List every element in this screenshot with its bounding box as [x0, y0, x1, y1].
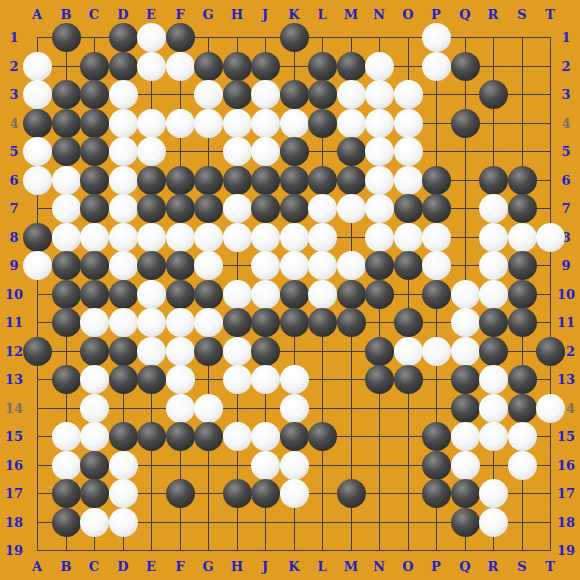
white-stone [166, 337, 195, 366]
white-stone [23, 80, 52, 109]
column-label-top: E [146, 8, 156, 21]
white-stone [109, 251, 138, 280]
white-stone [451, 451, 480, 480]
black-stone [251, 166, 280, 195]
column-label-top: G [202, 8, 213, 21]
white-stone [52, 166, 81, 195]
row-label-right: 1 [561, 31, 570, 44]
black-stone [394, 365, 423, 394]
black-stone [80, 451, 109, 480]
black-stone [194, 166, 223, 195]
black-stone [251, 479, 280, 508]
column-label-top: C [89, 8, 99, 21]
white-stone [251, 80, 280, 109]
white-stone [251, 451, 280, 480]
white-stone [166, 223, 195, 252]
black-stone [451, 52, 480, 81]
black-stone [280, 308, 309, 337]
row-label-left: 13 [5, 373, 23, 386]
white-stone [394, 137, 423, 166]
row-label-left: 5 [9, 145, 18, 158]
white-stone [223, 365, 252, 394]
white-stone [422, 223, 451, 252]
column-label-top: O [402, 8, 413, 21]
column-label-bottom: H [231, 560, 243, 573]
black-stone [280, 280, 309, 309]
column-label-top: H [231, 8, 243, 21]
black-stone [80, 479, 109, 508]
white-stone [280, 394, 309, 423]
black-stone [422, 194, 451, 223]
black-stone [109, 365, 138, 394]
row-label-right: 6 [561, 174, 570, 187]
white-stone [166, 109, 195, 138]
row-label-left: 7 [9, 202, 18, 215]
white-stone [451, 337, 480, 366]
white-stone [137, 337, 166, 366]
black-stone [223, 80, 252, 109]
column-label-bottom: T [545, 560, 555, 573]
black-stone [109, 280, 138, 309]
row-label-left: 2 [9, 60, 18, 73]
white-stone [194, 109, 223, 138]
white-stone [80, 508, 109, 537]
column-label-bottom: S [517, 560, 526, 573]
white-stone [52, 223, 81, 252]
black-stone [337, 308, 366, 337]
white-stone [109, 223, 138, 252]
black-stone [194, 52, 223, 81]
white-stone [80, 223, 109, 252]
black-stone [479, 80, 508, 109]
row-label-left: 15 [5, 430, 23, 443]
black-stone [80, 80, 109, 109]
black-stone [80, 109, 109, 138]
black-stone [394, 251, 423, 280]
white-stone [109, 308, 138, 337]
column-label-bottom: J [262, 560, 268, 573]
black-stone [451, 109, 480, 138]
black-stone [223, 166, 252, 195]
black-stone [365, 251, 394, 280]
white-stone [422, 337, 451, 366]
row-label-right: 7 [561, 202, 570, 215]
row-label-right: 4 [561, 117, 570, 130]
black-stone [508, 194, 537, 223]
black-stone [166, 194, 195, 223]
row-label-left: 19 [5, 544, 23, 557]
column-label-top: D [117, 8, 128, 21]
black-stone [337, 52, 366, 81]
black-stone [80, 194, 109, 223]
column-label-bottom: M [344, 560, 358, 573]
white-stone [251, 109, 280, 138]
column-label-top: R [488, 8, 499, 21]
black-stone [308, 52, 337, 81]
white-stone [109, 194, 138, 223]
white-stone [109, 80, 138, 109]
black-stone [280, 166, 309, 195]
black-stone [394, 308, 423, 337]
white-stone [422, 52, 451, 81]
white-stone [422, 23, 451, 52]
white-stone [280, 479, 309, 508]
black-stone [508, 365, 537, 394]
black-stone [166, 280, 195, 309]
white-stone [137, 52, 166, 81]
white-stone [479, 194, 508, 223]
column-label-top: Q [459, 8, 470, 21]
white-stone [280, 451, 309, 480]
black-stone [194, 194, 223, 223]
white-stone [479, 251, 508, 280]
white-stone [308, 251, 337, 280]
black-stone [223, 52, 252, 81]
white-stone [308, 223, 337, 252]
white-stone [365, 109, 394, 138]
white-stone [365, 194, 394, 223]
black-stone [308, 80, 337, 109]
white-stone [23, 251, 52, 280]
black-stone [166, 166, 195, 195]
white-stone [251, 223, 280, 252]
black-stone [137, 166, 166, 195]
column-label-bottom: K [288, 560, 299, 573]
row-label-right: 10 [557, 288, 575, 301]
white-stone [479, 479, 508, 508]
black-stone [508, 251, 537, 280]
white-stone [80, 394, 109, 423]
white-stone [251, 280, 280, 309]
white-stone [80, 365, 109, 394]
white-stone [137, 223, 166, 252]
white-stone [223, 223, 252, 252]
column-label-bottom: L [317, 560, 326, 573]
white-stone [137, 23, 166, 52]
row-label-left: 16 [5, 459, 23, 472]
black-stone [451, 365, 480, 394]
black-stone [109, 337, 138, 366]
white-stone [194, 80, 223, 109]
black-stone [251, 194, 280, 223]
white-stone [80, 422, 109, 451]
row-label-left: 12 [5, 345, 23, 358]
black-stone [337, 137, 366, 166]
white-stone [451, 308, 480, 337]
black-stone [194, 422, 223, 451]
black-stone [23, 223, 52, 252]
black-stone [194, 280, 223, 309]
white-stone [536, 394, 565, 423]
white-stone [166, 365, 195, 394]
black-stone [365, 337, 394, 366]
white-stone [23, 166, 52, 195]
black-stone [422, 479, 451, 508]
black-stone [422, 422, 451, 451]
column-label-bottom: N [373, 560, 385, 573]
row-label-right: 17 [557, 487, 575, 500]
white-stone [280, 109, 309, 138]
white-stone [223, 137, 252, 166]
row-label-left: 9 [9, 259, 18, 272]
column-label-bottom: B [61, 560, 72, 573]
white-stone [479, 280, 508, 309]
black-stone [166, 422, 195, 451]
row-label-right: 13 [557, 373, 575, 386]
black-stone [308, 166, 337, 195]
white-stone [109, 508, 138, 537]
white-stone [223, 109, 252, 138]
column-label-bottom: O [402, 560, 413, 573]
black-stone [337, 280, 366, 309]
black-stone [479, 308, 508, 337]
white-stone [251, 365, 280, 394]
go-board[interactable]: AABBCCDDEEFFGGHHJJKKLLMMNNOOPPQQRRSSTT11… [0, 0, 580, 580]
white-stone [479, 508, 508, 537]
black-stone [223, 308, 252, 337]
row-label-left: 3 [9, 88, 18, 101]
white-stone [80, 308, 109, 337]
white-stone [394, 223, 423, 252]
column-label-bottom: E [146, 560, 156, 573]
black-stone [52, 23, 81, 52]
white-stone [479, 365, 508, 394]
black-stone [451, 508, 480, 537]
black-stone [308, 422, 337, 451]
column-label-top: T [545, 8, 555, 21]
black-stone [137, 251, 166, 280]
row-label-right: 18 [557, 516, 575, 529]
column-label-bottom: G [202, 560, 213, 573]
white-stone [365, 166, 394, 195]
row-label-right: 2 [561, 60, 570, 73]
black-stone [109, 52, 138, 81]
white-stone [308, 280, 337, 309]
row-label-left: 6 [9, 174, 18, 187]
row-label-left: 8 [9, 231, 18, 244]
black-stone [280, 422, 309, 451]
black-stone [223, 479, 252, 508]
row-label-left: 11 [5, 316, 23, 329]
black-stone [80, 251, 109, 280]
column-label-bottom: P [431, 560, 441, 573]
white-stone [451, 280, 480, 309]
black-stone [23, 337, 52, 366]
black-stone [536, 337, 565, 366]
white-stone [223, 280, 252, 309]
black-stone [23, 109, 52, 138]
white-stone [194, 394, 223, 423]
row-label-right: 15 [557, 430, 575, 443]
column-label-top: S [517, 8, 526, 21]
white-stone [337, 80, 366, 109]
black-stone [308, 109, 337, 138]
white-stone [52, 422, 81, 451]
black-stone [394, 194, 423, 223]
black-stone [365, 280, 394, 309]
column-label-top: P [431, 8, 441, 21]
row-label-left: 18 [5, 516, 23, 529]
column-label-bottom: F [175, 560, 184, 573]
white-stone [166, 52, 195, 81]
black-stone [280, 80, 309, 109]
white-stone [394, 166, 423, 195]
white-stone [365, 52, 394, 81]
white-stone [251, 422, 280, 451]
white-stone [394, 337, 423, 366]
black-stone [451, 394, 480, 423]
white-stone [365, 223, 394, 252]
black-stone [80, 137, 109, 166]
black-stone [422, 451, 451, 480]
white-stone [194, 251, 223, 280]
column-label-top: B [61, 8, 72, 21]
black-stone [137, 422, 166, 451]
white-stone [365, 137, 394, 166]
column-label-top: J [262, 8, 268, 21]
white-stone [137, 280, 166, 309]
black-stone [479, 337, 508, 366]
black-stone [508, 394, 537, 423]
black-stone [337, 166, 366, 195]
white-stone [223, 194, 252, 223]
black-stone [251, 52, 280, 81]
column-label-top: K [288, 8, 299, 21]
black-stone [52, 308, 81, 337]
white-stone [52, 451, 81, 480]
white-stone [365, 80, 394, 109]
white-stone [394, 109, 423, 138]
white-stone [451, 422, 480, 451]
white-stone [109, 451, 138, 480]
white-stone [223, 337, 252, 366]
black-stone [479, 166, 508, 195]
black-stone [422, 280, 451, 309]
white-stone [109, 109, 138, 138]
black-stone [422, 166, 451, 195]
black-stone [52, 479, 81, 508]
black-stone [52, 80, 81, 109]
black-stone [52, 508, 81, 537]
black-stone [166, 23, 195, 52]
white-stone [308, 194, 337, 223]
black-stone [308, 308, 337, 337]
white-stone [536, 223, 565, 252]
black-stone [280, 137, 309, 166]
black-stone [80, 166, 109, 195]
black-stone [52, 251, 81, 280]
row-label-left: 4 [9, 117, 18, 130]
black-stone [337, 479, 366, 508]
black-stone [365, 365, 394, 394]
white-stone [280, 365, 309, 394]
column-label-bottom: D [117, 560, 128, 573]
white-stone [109, 137, 138, 166]
black-stone [508, 280, 537, 309]
black-stone [166, 479, 195, 508]
black-stone [194, 337, 223, 366]
column-label-bottom: A [32, 560, 42, 573]
row-label-right: 3 [561, 88, 570, 101]
white-stone [109, 479, 138, 508]
black-stone [280, 194, 309, 223]
black-stone [508, 308, 537, 337]
white-stone [137, 109, 166, 138]
black-stone [451, 479, 480, 508]
row-label-right: 5 [561, 145, 570, 158]
row-label-left: 14 [5, 402, 23, 415]
black-stone [80, 52, 109, 81]
black-stone [52, 280, 81, 309]
white-stone [479, 223, 508, 252]
black-stone [109, 23, 138, 52]
white-stone [337, 251, 366, 280]
white-stone [508, 422, 537, 451]
black-stone [251, 308, 280, 337]
white-stone [479, 394, 508, 423]
black-stone [52, 365, 81, 394]
column-label-top: A [32, 8, 42, 21]
row-label-left: 1 [9, 31, 18, 44]
black-stone [80, 280, 109, 309]
black-stone [52, 109, 81, 138]
white-stone [23, 52, 52, 81]
white-stone [23, 137, 52, 166]
white-stone [337, 194, 366, 223]
white-stone [137, 308, 166, 337]
white-stone [508, 223, 537, 252]
black-stone [137, 194, 166, 223]
grid-line-vertical [550, 37, 551, 551]
black-stone [280, 23, 309, 52]
row-label-left: 10 [5, 288, 23, 301]
row-label-right: 19 [557, 544, 575, 557]
white-stone [508, 451, 537, 480]
row-label-right: 16 [557, 459, 575, 472]
black-stone [80, 337, 109, 366]
column-label-bottom: C [89, 560, 99, 573]
white-stone [223, 422, 252, 451]
black-stone [52, 137, 81, 166]
white-stone [52, 194, 81, 223]
white-stone [109, 166, 138, 195]
column-label-bottom: R [488, 560, 499, 573]
white-stone [251, 251, 280, 280]
white-stone [166, 308, 195, 337]
black-stone [251, 337, 280, 366]
white-stone [337, 109, 366, 138]
white-stone [422, 251, 451, 280]
black-stone [508, 166, 537, 195]
white-stone [137, 137, 166, 166]
white-stone [479, 422, 508, 451]
black-stone [166, 251, 195, 280]
column-label-top: F [175, 8, 184, 21]
column-label-bottom: Q [459, 560, 470, 573]
row-label-right: 11 [557, 316, 575, 329]
grid-line-horizontal [37, 550, 551, 551]
white-stone [194, 308, 223, 337]
column-label-top: M [344, 8, 358, 21]
black-stone [137, 365, 166, 394]
white-stone [394, 80, 423, 109]
white-stone [194, 223, 223, 252]
column-label-top: L [317, 8, 326, 21]
black-stone [109, 422, 138, 451]
white-stone [280, 223, 309, 252]
white-stone [280, 251, 309, 280]
column-label-top: N [373, 8, 385, 21]
